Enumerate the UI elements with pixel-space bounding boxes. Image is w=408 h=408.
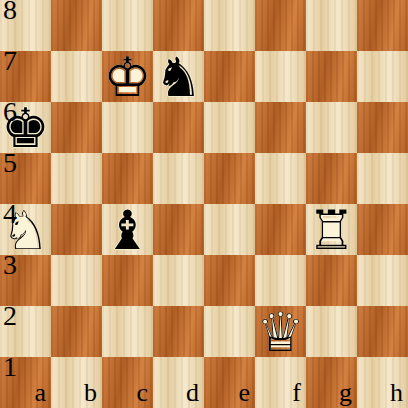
square-c5[interactable] <box>102 153 153 204</box>
square-h6[interactable] <box>357 102 408 153</box>
square-b2[interactable] <box>51 306 102 357</box>
square-d7[interactable]: ♞ <box>153 51 204 102</box>
square-h7[interactable] <box>357 51 408 102</box>
white-queen[interactable]: ♛♕ <box>255 306 306 357</box>
square-c7[interactable]: ♚♔ <box>102 51 153 102</box>
white-queen-outline: ♕ <box>255 307 306 358</box>
square-a2[interactable] <box>0 306 51 357</box>
square-b1[interactable] <box>51 357 102 408</box>
square-d4[interactable] <box>153 204 204 255</box>
black-bishop-glyph: ♝ <box>102 205 153 256</box>
chess-board: ♚♔♞♚♞♘♝♜♖♛♕87654321abcdefgh <box>0 0 408 408</box>
white-knight-outline: ♘ <box>0 205 51 256</box>
square-f4[interactable] <box>255 204 306 255</box>
white-rook-outline: ♖ <box>306 205 357 256</box>
square-h4[interactable] <box>357 204 408 255</box>
square-d8[interactable] <box>153 0 204 51</box>
black-king[interactable]: ♚ <box>0 102 51 153</box>
square-c8[interactable] <box>102 0 153 51</box>
square-g5[interactable] <box>306 153 357 204</box>
square-f1[interactable] <box>255 357 306 408</box>
square-h8[interactable] <box>357 0 408 51</box>
square-f6[interactable] <box>255 102 306 153</box>
square-e5[interactable] <box>204 153 255 204</box>
square-h2[interactable] <box>357 306 408 357</box>
square-b3[interactable] <box>51 255 102 306</box>
square-e6[interactable] <box>204 102 255 153</box>
square-a5[interactable] <box>0 153 51 204</box>
square-a3[interactable] <box>0 255 51 306</box>
square-d3[interactable] <box>153 255 204 306</box>
square-b4[interactable] <box>51 204 102 255</box>
square-b7[interactable] <box>51 51 102 102</box>
square-e2[interactable] <box>204 306 255 357</box>
square-a1[interactable] <box>0 357 51 408</box>
square-g2[interactable] <box>306 306 357 357</box>
square-a6[interactable]: ♚ <box>0 102 51 153</box>
square-g4[interactable]: ♜♖ <box>306 204 357 255</box>
square-d2[interactable] <box>153 306 204 357</box>
square-e1[interactable] <box>204 357 255 408</box>
square-f7[interactable] <box>255 51 306 102</box>
square-f2[interactable]: ♛♕ <box>255 306 306 357</box>
square-e7[interactable] <box>204 51 255 102</box>
black-knight[interactable]: ♞ <box>153 51 204 102</box>
black-king-glyph: ♚ <box>0 103 51 154</box>
square-e8[interactable] <box>204 0 255 51</box>
square-h3[interactable] <box>357 255 408 306</box>
white-rook[interactable]: ♜♖ <box>306 204 357 255</box>
square-a4[interactable]: ♞♘ <box>0 204 51 255</box>
square-d5[interactable] <box>153 153 204 204</box>
square-h5[interactable] <box>357 153 408 204</box>
white-knight[interactable]: ♞♘ <box>0 204 51 255</box>
square-c2[interactable] <box>102 306 153 357</box>
white-king[interactable]: ♚♔ <box>102 51 153 102</box>
square-c1[interactable] <box>102 357 153 408</box>
square-g8[interactable] <box>306 0 357 51</box>
square-b5[interactable] <box>51 153 102 204</box>
square-d6[interactable] <box>153 102 204 153</box>
square-e4[interactable] <box>204 204 255 255</box>
square-d1[interactable] <box>153 357 204 408</box>
square-g3[interactable] <box>306 255 357 306</box>
square-c3[interactable] <box>102 255 153 306</box>
square-g6[interactable] <box>306 102 357 153</box>
square-g1[interactable] <box>306 357 357 408</box>
square-g7[interactable] <box>306 51 357 102</box>
square-c6[interactable] <box>102 102 153 153</box>
black-bishop[interactable]: ♝ <box>102 204 153 255</box>
square-f8[interactable] <box>255 0 306 51</box>
square-f3[interactable] <box>255 255 306 306</box>
square-a8[interactable] <box>0 0 51 51</box>
square-a7[interactable] <box>0 51 51 102</box>
square-e3[interactable] <box>204 255 255 306</box>
white-king-outline: ♔ <box>102 52 153 103</box>
square-h1[interactable] <box>357 357 408 408</box>
square-b6[interactable] <box>51 102 102 153</box>
square-c4[interactable]: ♝ <box>102 204 153 255</box>
black-knight-glyph: ♞ <box>153 52 204 103</box>
square-f5[interactable] <box>255 153 306 204</box>
square-b8[interactable] <box>51 0 102 51</box>
